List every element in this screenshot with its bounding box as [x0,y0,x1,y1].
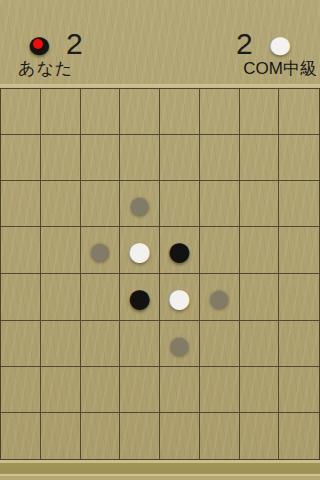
cell-g7[interactable] [240,367,280,413]
cell-b4[interactable] [41,227,81,274]
cell-d6[interactable] [120,321,160,367]
cell-f3[interactable] [200,181,240,227]
cell-b3[interactable] [41,181,81,227]
cell-g4[interactable] [240,227,280,274]
white-player-label: COM中級 [243,60,317,78]
cell-g5[interactable] [240,274,280,321]
cell-f5[interactable]: ● [200,274,240,321]
black-disc: ● [165,227,193,273]
cell-c4[interactable]: ● [81,227,121,274]
cell-h8[interactable] [279,413,319,459]
cell-a1[interactable] [1,89,41,135]
black-player-label: あなた [18,60,73,78]
board-bottom-edge [0,460,320,480]
scoreboard: ● 2 あなた 2 ● COM中級 [0,0,320,84]
cell-c6[interactable] [81,321,121,367]
cell-c5[interactable] [81,274,121,321]
cell-d5[interactable]: ● [120,274,160,321]
cell-c3[interactable] [81,181,121,227]
cell-e8[interactable] [160,413,200,459]
cell-b7[interactable] [41,367,81,413]
cell-a7[interactable] [1,367,41,413]
white-score: 2 [236,29,253,59]
cell-a8[interactable] [1,413,41,459]
legal-move-hint-disc: ● [207,277,231,317]
cell-f2[interactable] [200,135,240,181]
cell-h4[interactable] [279,227,319,274]
cell-b1[interactable] [41,89,81,135]
cell-e2[interactable] [160,135,200,181]
cell-b2[interactable] [41,135,81,181]
cell-f6[interactable] [200,321,240,367]
cell-e6[interactable]: ● [160,321,200,367]
cell-a6[interactable] [1,321,41,367]
cell-h3[interactable] [279,181,319,227]
cell-g8[interactable] [240,413,280,459]
cell-d4[interactable]: ● [120,227,160,274]
white-player-disc-icon: ● [262,27,298,60]
cell-g3[interactable] [240,181,280,227]
cell-e5[interactable]: ● [160,274,200,321]
cell-g1[interactable] [240,89,280,135]
cell-f7[interactable] [200,367,240,413]
cell-f8[interactable] [200,413,240,459]
cell-h2[interactable] [279,135,319,181]
cell-g6[interactable] [240,321,280,367]
legal-move-hint-disc: ● [88,230,112,270]
cell-d3[interactable]: ● [120,181,160,227]
cell-a2[interactable] [1,135,41,181]
cell-e3[interactable] [160,181,200,227]
cell-a5[interactable] [1,274,41,321]
black-player-disc-icon: ● [21,27,57,60]
cell-e7[interactable] [160,367,200,413]
cell-d2[interactable] [120,135,160,181]
cell-c7[interactable] [81,367,121,413]
cell-b5[interactable] [41,274,81,321]
cell-h1[interactable] [279,89,319,135]
cell-b8[interactable] [41,413,81,459]
black-disc: ● [126,274,154,320]
board-grid: ●●●●●●●● [0,88,320,460]
white-disc-glyph: ● [266,23,293,64]
othello-game-screen: ● 2 あなた 2 ● COM中級 ●●●●●●●● [0,0,320,480]
white-disc: ● [126,227,154,273]
cell-e4[interactable]: ● [160,227,200,274]
cell-h6[interactable] [279,321,319,367]
cell-d8[interactable] [120,413,160,459]
cell-d7[interactable] [120,367,160,413]
cell-f4[interactable] [200,227,240,274]
cell-d1[interactable] [120,89,160,135]
black-score: 2 [66,29,83,59]
cell-b6[interactable] [41,321,81,367]
cell-c1[interactable] [81,89,121,135]
cell-h5[interactable] [279,274,319,321]
turn-indicator-dot [33,39,43,49]
cell-h7[interactable] [279,367,319,413]
cell-a3[interactable] [1,181,41,227]
legal-move-hint-disc: ● [167,324,191,364]
cell-c8[interactable] [81,413,121,459]
cell-f1[interactable] [200,89,240,135]
cell-e1[interactable] [160,89,200,135]
cell-c2[interactable] [81,135,121,181]
cell-a4[interactable] [1,227,41,274]
cell-g2[interactable] [240,135,280,181]
legal-move-hint-disc: ● [128,184,152,224]
white-disc: ● [165,274,193,320]
